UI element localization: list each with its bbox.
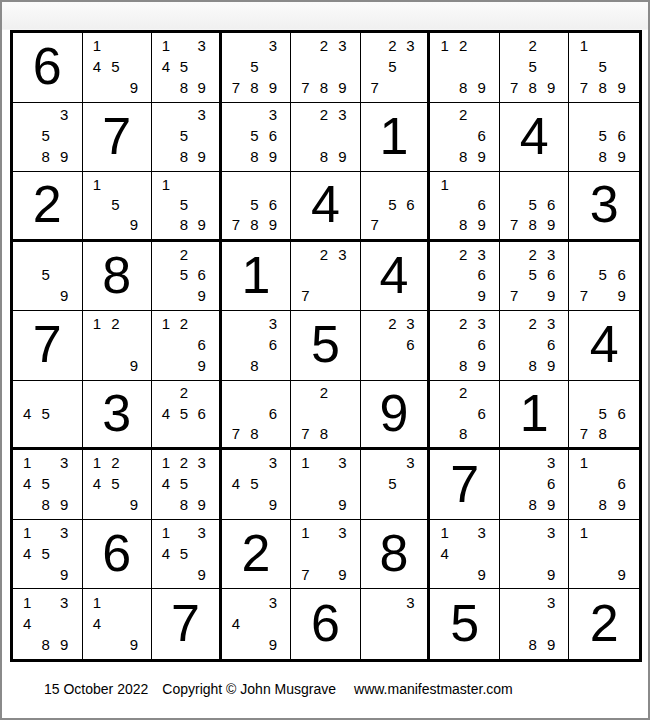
cell-r5c5: 5 xyxy=(291,311,361,381)
pencil-marks: 5689 xyxy=(569,103,639,172)
candidate-digit: 3 xyxy=(55,452,74,473)
pencil-marks: 35 xyxy=(361,450,428,519)
candidate-digit: 4 xyxy=(88,613,107,634)
candidate-digit: 6 xyxy=(264,334,283,355)
candidate-digit: 5 xyxy=(384,194,402,214)
candidate-digit: 8 xyxy=(245,146,264,167)
candidate-digit: 9 xyxy=(542,214,561,234)
cell-r9c6: 3 xyxy=(361,589,431,659)
cell-r1c5: 23789 xyxy=(291,33,361,103)
cell-r5c2: 129 xyxy=(83,311,153,381)
candidate-digit: 9 xyxy=(264,634,283,655)
candidate-digit: 9 xyxy=(542,494,561,515)
candidate-digit: 8 xyxy=(315,423,334,443)
candidate-digit: 9 xyxy=(264,77,283,98)
cell-r8c7: 1349 xyxy=(430,520,500,590)
cell-r9c1: 13489 xyxy=(13,589,83,659)
candidate-digit: 8 xyxy=(175,494,193,515)
candidate-digit: 9 xyxy=(542,355,561,376)
cell-r7c9: 1689 xyxy=(569,450,639,520)
cell-r7c4: 3459 xyxy=(222,450,292,520)
candidate-digit: 3 xyxy=(193,522,211,543)
candidate-digit: 9 xyxy=(264,214,283,234)
candidate-digit: 2 xyxy=(454,244,473,265)
candidate-digit: 3 xyxy=(401,452,419,473)
cell-r3c9: 3 xyxy=(569,172,639,242)
solved-digit: 3 xyxy=(590,178,619,230)
footer-copyright: Copyright © John Musgrave xyxy=(162,681,336,697)
pencil-marks: 2689 xyxy=(430,103,499,172)
cell-r8c5: 1379 xyxy=(291,520,361,590)
candidate-digit: 9 xyxy=(333,564,352,585)
candidate-digit: 9 xyxy=(125,355,144,376)
candidate-digit: 9 xyxy=(542,77,561,98)
pencil-marks: 35789 xyxy=(222,33,291,102)
candidate-digit: 2 xyxy=(315,35,334,56)
cell-r7c5: 139 xyxy=(291,450,361,520)
candidate-digit: 6 xyxy=(542,194,561,214)
candidate-digit: 6 xyxy=(542,473,561,494)
candidate-digit: 1 xyxy=(88,452,107,473)
candidate-digit: 8 xyxy=(245,355,264,376)
candidate-digit: 6 xyxy=(472,194,491,214)
candidate-digit: 3 xyxy=(542,522,561,543)
candidate-digit: 9 xyxy=(193,77,211,98)
candidate-digit: 4 xyxy=(157,403,175,423)
candidate-digit: 3 xyxy=(264,105,283,126)
candidate-digit: 8 xyxy=(593,77,612,98)
candidate-digit: 9 xyxy=(55,494,74,515)
candidate-digit: 7 xyxy=(227,214,246,234)
candidate-digit: 3 xyxy=(401,591,419,612)
cell-r8c4: 2 xyxy=(222,520,292,590)
candidate-digit: 9 xyxy=(264,146,283,167)
pencil-marks: 12459 xyxy=(83,450,152,519)
candidate-digit: 5 xyxy=(175,56,193,77)
candidate-digit: 5 xyxy=(175,543,193,564)
pencil-marks: 3459 xyxy=(222,450,291,519)
candidate-digit: 1 xyxy=(574,522,593,543)
cell-r3c1: 2 xyxy=(13,172,83,242)
candidate-digit: 2 xyxy=(454,383,473,403)
cell-r6c3: 2456 xyxy=(152,381,222,451)
candidate-digit: 9 xyxy=(472,355,491,376)
candidate-digit: 4 xyxy=(157,543,175,564)
candidate-digit: 8 xyxy=(593,423,612,443)
candidate-digit: 3 xyxy=(193,452,211,473)
cell-r2c1: 3589 xyxy=(13,103,83,173)
cell-r8c3: 13459 xyxy=(152,520,222,590)
pencil-marks: 19 xyxy=(569,520,639,589)
candidate-digit: 3 xyxy=(401,35,419,56)
candidate-digit: 9 xyxy=(55,146,74,167)
candidate-digit: 1 xyxy=(88,591,107,612)
pencil-marks: 1269 xyxy=(152,311,219,380)
candidate-digit: 5 xyxy=(593,125,612,146)
cell-r7c6: 35 xyxy=(361,450,431,520)
footer: 15 October 2022 Copyright © John Musgrav… xyxy=(44,681,513,697)
candidate-digit: 3 xyxy=(333,35,352,56)
solved-digit: 8 xyxy=(102,249,131,301)
candidate-digit: 8 xyxy=(454,77,473,98)
cell-r6c8: 1 xyxy=(500,381,570,451)
solved-digit: 2 xyxy=(33,178,62,230)
cell-r8c6: 8 xyxy=(361,520,431,590)
solved-digit: 4 xyxy=(590,318,619,370)
solved-digit: 4 xyxy=(311,178,340,230)
candidate-digit: 4 xyxy=(157,473,175,494)
candidate-digit: 8 xyxy=(175,146,193,167)
pencil-marks: 56789 xyxy=(222,172,291,239)
candidate-digit: 6 xyxy=(542,265,561,286)
solved-digit: 4 xyxy=(520,110,549,162)
candidate-digit: 9 xyxy=(125,494,144,515)
cell-r6c6: 9 xyxy=(361,381,431,451)
candidate-digit: 3 xyxy=(542,244,561,265)
candidate-digit: 1 xyxy=(296,452,315,473)
solved-digit: 5 xyxy=(311,318,340,370)
candidate-digit: 1 xyxy=(157,452,175,473)
candidate-digit: 8 xyxy=(315,77,334,98)
pencil-marks: 35689 xyxy=(222,103,291,172)
footer-date: 15 October 2022 xyxy=(44,681,148,697)
candidate-digit: 4 xyxy=(18,473,37,494)
cell-r7c8: 3689 xyxy=(500,450,570,520)
candidate-digit: 7 xyxy=(296,285,315,306)
candidate-digit: 3 xyxy=(193,35,211,56)
candidate-digit: 6 xyxy=(612,265,631,286)
candidate-digit: 1 xyxy=(435,174,454,194)
candidate-digit: 3 xyxy=(55,591,74,612)
candidate-digit: 9 xyxy=(125,634,144,655)
cell-r5c6: 236 xyxy=(361,311,431,381)
pencil-marks: 268 xyxy=(430,381,499,448)
cell-r6c7: 268 xyxy=(430,381,500,451)
candidate-digit: 2 xyxy=(454,313,473,334)
cell-r8c1: 13459 xyxy=(13,520,83,590)
solved-digit: 7 xyxy=(171,597,200,649)
cell-r3c8: 56789 xyxy=(500,172,570,242)
candidate-digit: 5 xyxy=(523,194,542,214)
pencil-marks: 1349 xyxy=(430,520,499,589)
cell-r1c9: 15789 xyxy=(569,33,639,103)
cell-r1c6: 2357 xyxy=(361,33,431,103)
candidate-digit: 5 xyxy=(523,56,542,77)
candidate-digit: 2 xyxy=(454,105,473,126)
pencil-marks: 2389 xyxy=(291,103,360,172)
candidate-digit: 3 xyxy=(264,452,283,473)
candidate-digit: 6 xyxy=(472,265,491,286)
candidate-digit: 1 xyxy=(435,35,454,56)
cell-r5c3: 1269 xyxy=(152,311,222,381)
candidate-digit: 2 xyxy=(315,244,334,265)
candidate-digit: 5 xyxy=(37,125,56,146)
candidate-digit: 8 xyxy=(523,214,542,234)
candidate-digit: 2 xyxy=(106,313,125,334)
candidate-digit: 9 xyxy=(472,77,491,98)
cell-r9c8: 389 xyxy=(500,589,570,659)
candidate-digit: 3 xyxy=(55,105,74,126)
pencil-marks: 678 xyxy=(222,381,291,448)
candidate-digit: 2 xyxy=(315,383,334,403)
candidate-digit: 5 xyxy=(245,194,264,214)
candidate-digit: 7 xyxy=(505,214,524,234)
candidate-digit: 5 xyxy=(523,265,542,286)
candidate-digit: 8 xyxy=(523,634,542,655)
cell-r2c2: 7 xyxy=(83,103,153,173)
pencil-marks: 1234589 xyxy=(152,450,219,519)
candidate-digit: 4 xyxy=(227,613,246,634)
cell-r3c2: 159 xyxy=(83,172,153,242)
pencil-marks: 2357 xyxy=(361,33,428,102)
candidate-digit: 4 xyxy=(18,613,37,634)
candidate-digit: 9 xyxy=(472,214,491,234)
candidate-digit: 9 xyxy=(55,285,74,306)
cell-r4c1: 59 xyxy=(13,242,83,312)
sudoku-board: 6145913458935789237892357128925789157893… xyxy=(10,30,642,662)
candidate-digit: 8 xyxy=(37,634,56,655)
candidate-digit: 9 xyxy=(612,285,631,306)
candidate-digit: 4 xyxy=(18,543,37,564)
cell-r8c9: 19 xyxy=(569,520,639,590)
candidate-digit: 6 xyxy=(264,194,283,214)
candidate-digit: 5 xyxy=(175,473,193,494)
pencil-marks: 5678 xyxy=(569,381,639,448)
candidate-digit: 5 xyxy=(37,543,56,564)
candidate-digit: 8 xyxy=(523,494,542,515)
candidate-digit: 6 xyxy=(472,334,491,355)
candidate-digit: 8 xyxy=(315,146,334,167)
pencil-marks: 1689 xyxy=(430,172,499,239)
candidate-digit: 9 xyxy=(333,146,352,167)
candidate-digit: 7 xyxy=(505,77,524,98)
pencil-marks: 23689 xyxy=(500,311,569,380)
cell-r4c7: 2369 xyxy=(430,242,500,312)
candidate-digit: 2 xyxy=(315,105,334,126)
candidate-digit: 8 xyxy=(593,146,612,167)
pencil-marks: 56789 xyxy=(500,172,569,239)
cell-r6c9: 5678 xyxy=(569,381,639,451)
cell-r9c5: 6 xyxy=(291,589,361,659)
cell-r2c4: 35689 xyxy=(222,103,292,173)
solved-digit: 1 xyxy=(520,387,549,439)
cell-r5c1: 7 xyxy=(13,311,83,381)
solved-digit: 6 xyxy=(33,40,62,92)
cell-r1c8: 25789 xyxy=(500,33,570,103)
pencil-marks: 139 xyxy=(291,450,360,519)
candidate-digit: 8 xyxy=(245,77,264,98)
cell-r5c7: 23689 xyxy=(430,311,500,381)
solved-digit: 7 xyxy=(450,458,479,510)
candidate-digit: 5 xyxy=(175,194,193,214)
candidate-digit: 9 xyxy=(542,634,561,655)
candidate-digit: 9 xyxy=(472,285,491,306)
candidate-digit: 7 xyxy=(366,77,384,98)
candidate-digit: 5 xyxy=(384,56,402,77)
pencil-marks: 159 xyxy=(83,172,152,239)
cell-r2c9: 5689 xyxy=(569,103,639,173)
candidate-digit: 8 xyxy=(37,146,56,167)
candidate-digit: 1 xyxy=(157,35,175,56)
candidate-digit: 5 xyxy=(37,403,56,423)
candidate-digit: 9 xyxy=(125,214,144,234)
candidate-digit: 9 xyxy=(333,77,352,98)
candidate-digit: 9 xyxy=(193,355,211,376)
candidate-digit: 9 xyxy=(55,564,74,585)
cell-r4c5: 237 xyxy=(291,242,361,312)
candidate-digit: 4 xyxy=(435,543,454,564)
candidate-digit: 9 xyxy=(612,77,631,98)
candidate-digit: 5 xyxy=(245,56,264,77)
candidate-digit: 4 xyxy=(157,56,175,77)
cell-r4c6: 4 xyxy=(361,242,431,312)
cell-r9c4: 349 xyxy=(222,589,292,659)
candidate-digit: 3 xyxy=(333,105,352,126)
candidate-digit: 1 xyxy=(157,522,175,543)
candidate-digit: 2 xyxy=(523,313,542,334)
pencil-marks: 134589 xyxy=(152,33,219,102)
cell-r3c3: 1589 xyxy=(152,172,222,242)
cell-r3c4: 56789 xyxy=(222,172,292,242)
candidate-digit: 9 xyxy=(472,146,491,167)
candidate-digit: 9 xyxy=(193,285,211,306)
pencil-marks: 13489 xyxy=(13,589,82,659)
cell-r1c3: 134589 xyxy=(152,33,222,103)
pencil-marks: 3 xyxy=(361,589,428,659)
candidate-digit: 1 xyxy=(18,452,37,473)
pencil-marks: 23789 xyxy=(291,33,360,102)
solved-digit: 4 xyxy=(380,249,409,301)
candidate-digit: 3 xyxy=(401,313,419,334)
candidate-digit: 5 xyxy=(245,473,264,494)
candidate-digit: 7 xyxy=(296,423,315,443)
solved-digit: 6 xyxy=(102,527,131,579)
pencil-marks: 3689 xyxy=(500,450,569,519)
solved-digit: 2 xyxy=(590,597,619,649)
pencil-marks: 237 xyxy=(291,242,360,311)
pencil-marks: 23689 xyxy=(430,311,499,380)
header-band xyxy=(2,2,648,30)
cell-r7c3: 1234589 xyxy=(152,450,222,520)
candidate-digit: 3 xyxy=(472,522,491,543)
candidate-digit: 2 xyxy=(454,35,473,56)
candidate-digit: 4 xyxy=(18,403,37,423)
candidate-digit: 9 xyxy=(612,564,631,585)
cell-r9c7: 5 xyxy=(430,589,500,659)
pencil-marks: 368 xyxy=(222,311,291,380)
pencil-marks: 134589 xyxy=(13,450,82,519)
candidate-digit: 1 xyxy=(88,313,107,334)
candidate-digit: 3 xyxy=(333,452,352,473)
cell-r7c7: 7 xyxy=(430,450,500,520)
candidate-digit: 2 xyxy=(523,35,542,56)
cell-r1c1: 6 xyxy=(13,33,83,103)
cell-r2c7: 2689 xyxy=(430,103,500,173)
pencil-marks: 59 xyxy=(13,242,82,311)
pencil-marks: 567 xyxy=(361,172,428,239)
candidate-digit: 1 xyxy=(157,174,175,194)
candidate-digit: 3 xyxy=(542,452,561,473)
candidate-digit: 3 xyxy=(472,244,491,265)
pencil-marks: 15789 xyxy=(569,33,639,102)
candidate-digit: 6 xyxy=(612,125,631,146)
cell-r2c3: 3589 xyxy=(152,103,222,173)
candidate-digit: 2 xyxy=(175,383,193,403)
candidate-digit: 1 xyxy=(296,522,315,543)
candidate-digit: 6 xyxy=(612,403,631,423)
candidate-digit: 7 xyxy=(296,564,315,585)
pencil-marks: 1589 xyxy=(152,172,219,239)
candidate-digit: 9 xyxy=(542,564,561,585)
candidate-digit: 6 xyxy=(264,125,283,146)
candidate-digit: 2 xyxy=(384,313,402,334)
candidate-digit: 9 xyxy=(612,146,631,167)
candidate-digit: 8 xyxy=(175,77,193,98)
candidate-digit: 5 xyxy=(106,473,125,494)
candidate-digit: 6 xyxy=(401,194,419,214)
candidate-digit: 8 xyxy=(245,423,264,443)
pencil-marks: 389 xyxy=(500,589,569,659)
candidate-digit: 6 xyxy=(472,125,491,146)
candidate-digit: 8 xyxy=(175,214,193,234)
solved-digit: 6 xyxy=(311,597,340,649)
pencil-marks: 2569 xyxy=(152,242,219,311)
candidate-digit: 8 xyxy=(454,146,473,167)
candidate-digit: 3 xyxy=(264,35,283,56)
candidate-digit: 8 xyxy=(454,355,473,376)
cell-r6c4: 678 xyxy=(222,381,292,451)
cell-r8c2: 6 xyxy=(83,520,153,590)
candidate-digit: 8 xyxy=(454,214,473,234)
solved-digit: 5 xyxy=(450,597,479,649)
candidate-digit: 2 xyxy=(175,244,193,265)
candidate-digit: 3 xyxy=(333,244,352,265)
candidate-digit: 6 xyxy=(401,334,419,355)
solved-digit: 3 xyxy=(102,387,131,439)
cell-r5c4: 368 xyxy=(222,311,292,381)
cell-r7c2: 12459 xyxy=(83,450,153,520)
candidate-digit: 2 xyxy=(175,452,193,473)
candidate-digit: 6 xyxy=(612,473,631,494)
cell-r4c9: 5679 xyxy=(569,242,639,312)
candidate-digit: 9 xyxy=(264,494,283,515)
cell-r4c4: 1 xyxy=(222,242,292,312)
candidate-digit: 9 xyxy=(125,77,144,98)
candidate-digit: 7 xyxy=(296,77,315,98)
candidate-digit: 1 xyxy=(88,174,107,194)
candidate-digit: 2 xyxy=(106,452,125,473)
candidate-digit: 2 xyxy=(384,35,402,56)
pencil-marks: 13459 xyxy=(13,520,82,589)
candidate-digit: 5 xyxy=(106,56,125,77)
candidate-digit: 3 xyxy=(333,522,352,543)
footer-website: www.manifestmaster.com xyxy=(354,681,513,697)
puzzle-page: 6145913458935789237892357128925789157893… xyxy=(0,0,650,720)
cell-r3c5: 4 xyxy=(291,172,361,242)
pencil-marks: 39 xyxy=(500,520,569,589)
pencil-marks: 2369 xyxy=(430,242,499,311)
candidate-digit: 5 xyxy=(245,125,264,146)
candidate-digit: 5 xyxy=(593,403,612,423)
candidate-digit: 3 xyxy=(542,591,561,612)
pencil-marks: 349 xyxy=(222,589,291,659)
candidate-digit: 6 xyxy=(193,334,211,355)
candidate-digit: 9 xyxy=(472,564,491,585)
pencil-marks: 2456 xyxy=(152,381,219,448)
cell-r3c7: 1689 xyxy=(430,172,500,242)
pencil-marks: 1689 xyxy=(569,450,639,519)
cell-r3c6: 567 xyxy=(361,172,431,242)
